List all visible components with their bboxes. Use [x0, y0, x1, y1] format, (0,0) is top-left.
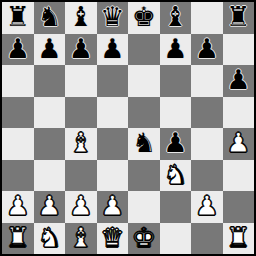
square-f7[interactable]: ♟ — [160, 34, 192, 66]
square-h8[interactable]: ♜ — [223, 2, 255, 34]
white-rook-piece[interactable]: ♜ — [6, 224, 30, 251]
square-c7[interactable]: ♟ — [65, 34, 97, 66]
square-e4[interactable]: ♞ — [128, 128, 160, 160]
black-rook-piece[interactable]: ♜ — [6, 3, 30, 30]
black-pawn-piece[interactable]: ♟ — [163, 129, 187, 156]
square-f6[interactable] — [160, 65, 192, 97]
square-c3[interactable] — [65, 160, 97, 192]
square-e3[interactable] — [128, 160, 160, 192]
square-b1[interactable]: ♞ — [34, 223, 66, 255]
square-d1[interactable]: ♛ — [97, 223, 129, 255]
square-c5[interactable] — [65, 97, 97, 129]
white-pawn-piece[interactable]: ♟ — [37, 192, 61, 219]
square-h2[interactable] — [223, 191, 255, 223]
black-pawn-piece[interactable]: ♟ — [195, 35, 219, 62]
square-b5[interactable] — [34, 97, 66, 129]
white-king-piece[interactable]: ♚ — [132, 224, 156, 251]
white-pawn-piece[interactable]: ♟ — [69, 192, 93, 219]
square-h5[interactable] — [223, 97, 255, 129]
square-f3[interactable]: ♞ — [160, 160, 192, 192]
square-d2[interactable]: ♟ — [97, 191, 129, 223]
square-g4[interactable] — [191, 128, 223, 160]
white-pawn-piece[interactable]: ♟ — [195, 192, 219, 219]
square-d3[interactable] — [97, 160, 129, 192]
black-pawn-piece[interactable]: ♟ — [69, 35, 93, 62]
square-b3[interactable] — [34, 160, 66, 192]
square-a2[interactable]: ♟ — [2, 191, 34, 223]
white-bishop-piece[interactable]: ♝ — [69, 129, 93, 156]
chess-board: ♜♞♝♛♚♝♜♟♟♟♟♟♟♟♝♞♟♟♞♟♟♟♟♟♜♞♝♛♚♜ — [0, 0, 256, 256]
square-g2[interactable]: ♟ — [191, 191, 223, 223]
square-h7[interactable] — [223, 34, 255, 66]
square-c8[interactable]: ♝ — [65, 2, 97, 34]
black-bishop-piece[interactable]: ♝ — [69, 3, 93, 30]
black-knight-piece[interactable]: ♞ — [37, 3, 61, 30]
square-h3[interactable] — [223, 160, 255, 192]
white-bishop-piece[interactable]: ♝ — [69, 224, 93, 251]
square-a6[interactable] — [2, 65, 34, 97]
square-h6[interactable]: ♟ — [223, 65, 255, 97]
square-c6[interactable] — [65, 65, 97, 97]
black-rook-piece[interactable]: ♜ — [226, 3, 250, 30]
black-queen-piece[interactable]: ♛ — [100, 3, 124, 30]
white-queen-piece[interactable]: ♛ — [100, 224, 124, 251]
square-a7[interactable]: ♟ — [2, 34, 34, 66]
square-h1[interactable]: ♜ — [223, 223, 255, 255]
square-d5[interactable] — [97, 97, 129, 129]
square-c1[interactable]: ♝ — [65, 223, 97, 255]
square-b7[interactable]: ♟ — [34, 34, 66, 66]
square-b8[interactable]: ♞ — [34, 2, 66, 34]
black-bishop-piece[interactable]: ♝ — [163, 3, 187, 30]
square-c2[interactable]: ♟ — [65, 191, 97, 223]
square-a5[interactable] — [2, 97, 34, 129]
square-f5[interactable] — [160, 97, 192, 129]
square-f1[interactable] — [160, 223, 192, 255]
black-pawn-piece[interactable]: ♟ — [226, 66, 250, 93]
white-pawn-piece[interactable]: ♟ — [100, 192, 124, 219]
square-b2[interactable]: ♟ — [34, 191, 66, 223]
square-h4[interactable]: ♟ — [223, 128, 255, 160]
square-a8[interactable]: ♜ — [2, 2, 34, 34]
black-pawn-piece[interactable]: ♟ — [163, 35, 187, 62]
square-d7[interactable]: ♟ — [97, 34, 129, 66]
square-g6[interactable] — [191, 65, 223, 97]
square-f2[interactable] — [160, 191, 192, 223]
square-e1[interactable]: ♚ — [128, 223, 160, 255]
square-e6[interactable] — [128, 65, 160, 97]
square-b4[interactable] — [34, 128, 66, 160]
black-pawn-piece[interactable]: ♟ — [100, 35, 124, 62]
square-c4[interactable]: ♝ — [65, 128, 97, 160]
white-knight-piece[interactable]: ♞ — [163, 161, 187, 188]
black-king-piece[interactable]: ♚ — [132, 3, 156, 30]
square-g5[interactable] — [191, 97, 223, 129]
white-pawn-piece[interactable]: ♟ — [226, 129, 250, 156]
square-e5[interactable] — [128, 97, 160, 129]
square-e7[interactable] — [128, 34, 160, 66]
square-d4[interactable] — [97, 128, 129, 160]
square-a1[interactable]: ♜ — [2, 223, 34, 255]
white-pawn-piece[interactable]: ♟ — [6, 192, 30, 219]
square-g1[interactable] — [191, 223, 223, 255]
square-g3[interactable] — [191, 160, 223, 192]
square-f4[interactable]: ♟ — [160, 128, 192, 160]
black-pawn-piece[interactable]: ♟ — [6, 35, 30, 62]
square-b6[interactable] — [34, 65, 66, 97]
square-d8[interactable]: ♛ — [97, 2, 129, 34]
white-knight-piece[interactable]: ♞ — [37, 224, 61, 251]
square-a4[interactable] — [2, 128, 34, 160]
square-e2[interactable] — [128, 191, 160, 223]
square-g8[interactable] — [191, 2, 223, 34]
square-e8[interactable]: ♚ — [128, 2, 160, 34]
square-a3[interactable] — [2, 160, 34, 192]
black-knight-piece[interactable]: ♞ — [132, 129, 156, 156]
white-rook-piece[interactable]: ♜ — [226, 224, 250, 251]
square-g7[interactable]: ♟ — [191, 34, 223, 66]
square-f8[interactable]: ♝ — [160, 2, 192, 34]
black-pawn-piece[interactable]: ♟ — [37, 35, 61, 62]
square-d6[interactable] — [97, 65, 129, 97]
